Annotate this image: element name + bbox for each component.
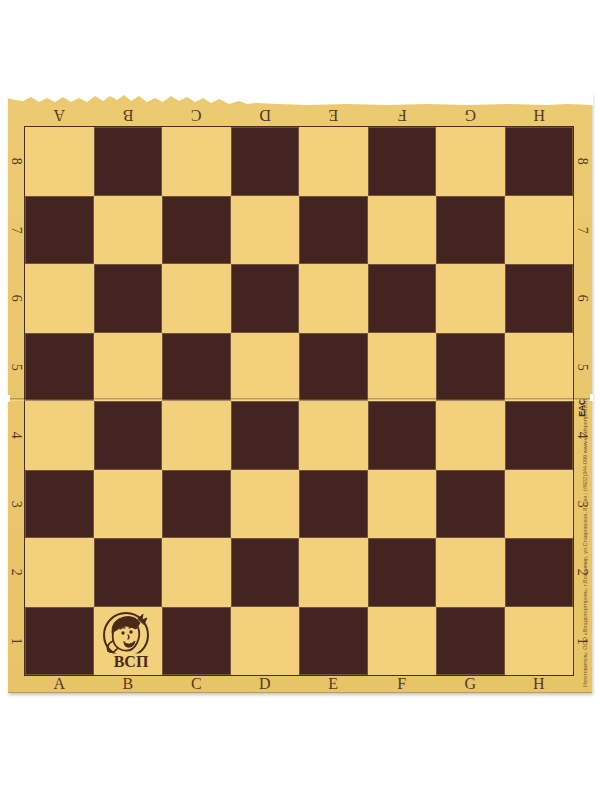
file-label-bottom-e: E	[299, 674, 368, 693]
square-b8[interactable]	[94, 127, 163, 196]
square-g6[interactable]	[436, 264, 505, 333]
rank-label-right-6: 6	[548, 290, 600, 306]
square-e5[interactable]	[299, 333, 368, 402]
file-label-top-b: B	[94, 104, 163, 125]
rank-label-left-3: 3	[0, 496, 50, 512]
rank-label-left-5: 5	[0, 359, 50, 375]
square-f2[interactable]	[368, 538, 437, 607]
rank-label-left-8: 8	[0, 153, 50, 169]
board-grid	[24, 126, 574, 676]
square-e1[interactable]	[299, 607, 368, 676]
square-g7[interactable]	[436, 196, 505, 265]
rank-label-left-2: 2	[0, 564, 50, 580]
rank-label-right-5: 5	[548, 359, 600, 375]
square-f4[interactable]	[368, 401, 437, 470]
eac-mark: EAC	[570, 398, 594, 418]
file-label-top-f: F	[368, 104, 437, 125]
square-c5[interactable]	[162, 333, 231, 402]
square-c6[interactable]	[162, 264, 231, 333]
file-label-bottom-a: A	[25, 674, 94, 693]
square-b3[interactable]	[94, 470, 163, 539]
file-label-bottom-g: G	[436, 674, 505, 693]
square-g3[interactable]	[436, 470, 505, 539]
girl-mascot-icon: ВСП	[98, 608, 158, 672]
square-f3[interactable]	[368, 470, 437, 539]
square-b6[interactable]	[94, 264, 163, 333]
rank-label-right-8: 8	[548, 153, 600, 169]
file-labels-bottom: ABCDEFGH	[25, 674, 573, 693]
rank-label-right-2: 2	[548, 564, 600, 580]
file-label-top-g: G	[436, 104, 505, 125]
rank-labels-left: 87654321	[8, 127, 24, 675]
square-g4[interactable]	[436, 401, 505, 470]
photo-background: ABCDEFGH ABCDEFGH 87654321 87654321	[0, 0, 600, 800]
square-g2[interactable]	[436, 538, 505, 607]
square-e7[interactable]	[299, 196, 368, 265]
square-b4[interactable]	[94, 401, 163, 470]
square-g8[interactable]	[436, 127, 505, 196]
rank-label-right-1: 1	[548, 633, 600, 649]
square-g1[interactable]	[436, 607, 505, 676]
square-e6[interactable]	[299, 264, 368, 333]
file-label-bottom-f: F	[368, 674, 437, 693]
rank-label-right-3: 3	[548, 496, 600, 512]
square-b2[interactable]	[94, 538, 163, 607]
file-label-top-e: E	[299, 104, 368, 125]
square-d3[interactable]	[231, 470, 300, 539]
chessboard: ABCDEFGH ABCDEFGH 87654321 87654321	[8, 93, 592, 693]
file-label-bottom-c: C	[162, 674, 231, 693]
logo-text: ВСП	[114, 653, 149, 670]
square-e8[interactable]	[299, 127, 368, 196]
square-b5[interactable]	[94, 333, 163, 402]
square-d2[interactable]	[231, 538, 300, 607]
square-f6[interactable]	[368, 264, 437, 333]
square-e4[interactable]	[299, 401, 368, 470]
square-c7[interactable]	[162, 196, 231, 265]
square-f7[interactable]	[368, 196, 437, 265]
rank-label-left-1: 1	[0, 633, 50, 649]
square-f5[interactable]	[368, 333, 437, 402]
square-c4[interactable]	[162, 401, 231, 470]
square-c8[interactable]	[162, 127, 231, 196]
square-d8[interactable]	[231, 127, 300, 196]
square-d4[interactable]	[231, 401, 300, 470]
file-label-top-a: A	[25, 104, 94, 125]
file-label-top-d: D	[231, 104, 300, 125]
rank-label-left-6: 6	[0, 290, 50, 306]
fold-notch-right	[590, 394, 593, 401]
square-d1[interactable]	[231, 607, 300, 676]
square-f1[interactable]	[368, 607, 437, 676]
vsp-logo: ВСП	[98, 608, 158, 672]
square-c3[interactable]	[162, 470, 231, 539]
square-c1[interactable]	[162, 607, 231, 676]
fold-line	[8, 398, 592, 401]
file-label-bottom-b: B	[94, 674, 163, 693]
file-label-bottom-h: H	[505, 674, 574, 693]
fold-notch-left	[7, 395, 10, 402]
rank-label-right-7: 7	[548, 222, 600, 238]
square-d6[interactable]	[231, 264, 300, 333]
file-label-top-c: C	[162, 104, 231, 125]
rank-label-right-4: 4	[548, 427, 600, 443]
file-label-bottom-d: D	[231, 674, 300, 693]
square-b7[interactable]	[94, 196, 163, 265]
rank-label-left-7: 7	[0, 222, 50, 238]
square-d5[interactable]	[231, 333, 300, 402]
file-label-top-h: H	[505, 104, 574, 125]
square-f8[interactable]	[368, 127, 437, 196]
square-c2[interactable]	[162, 538, 231, 607]
square-g5[interactable]	[436, 333, 505, 402]
square-e3[interactable]	[299, 470, 368, 539]
square-e2[interactable]	[299, 538, 368, 607]
file-labels-top: ABCDEFGH	[25, 104, 573, 125]
square-d7[interactable]	[231, 196, 300, 265]
rank-label-left-4: 4	[0, 427, 50, 443]
